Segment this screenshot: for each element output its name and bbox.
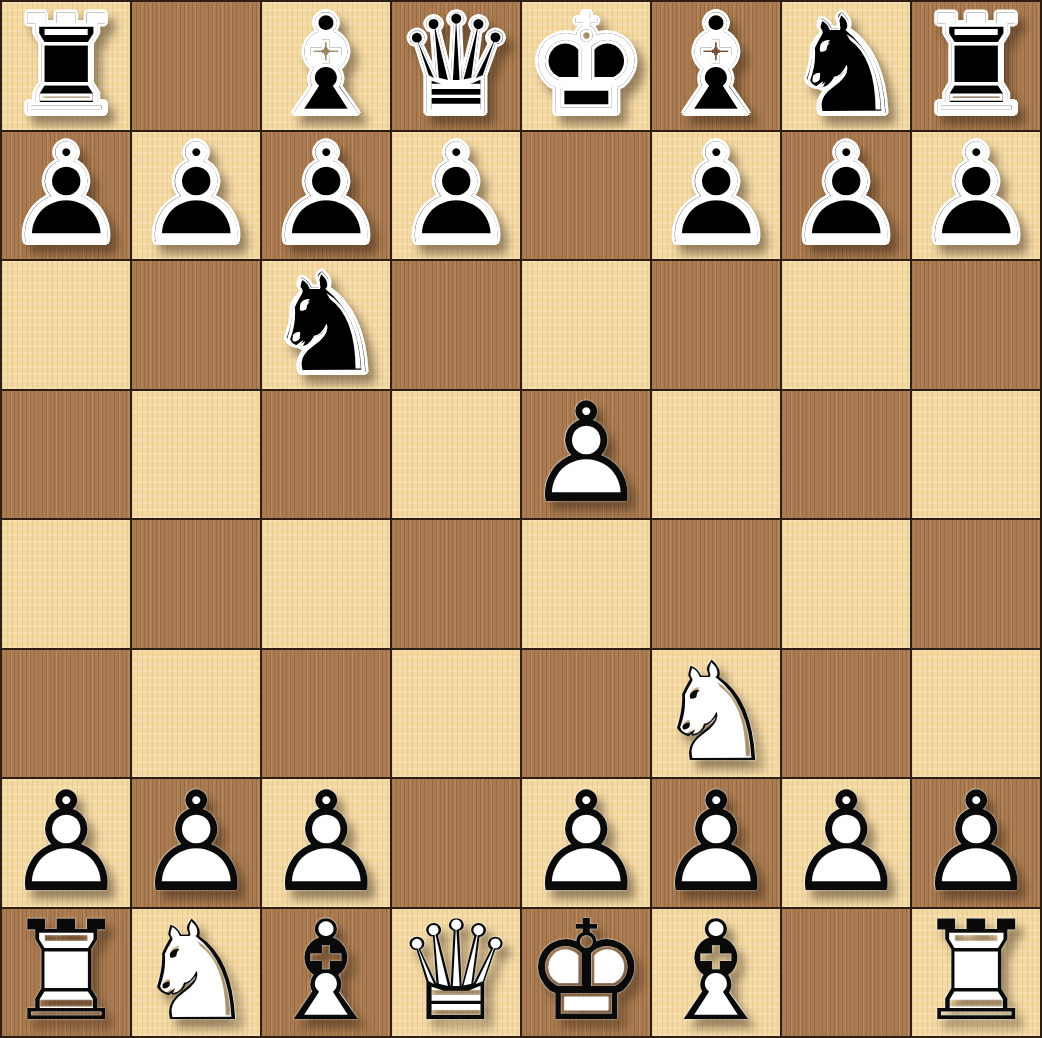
piece-fill-layer: ♞ xyxy=(652,650,780,778)
piece-outline-layer: ♙ xyxy=(782,132,910,260)
square-e4[interactable] xyxy=(522,520,650,648)
square-a3[interactable] xyxy=(2,650,130,778)
black-pawn-icon: ♟♙ xyxy=(132,132,260,260)
piece-fill-layer: ♟ xyxy=(132,779,260,907)
square-f7[interactable]: ♟♙ xyxy=(652,132,780,260)
square-b5[interactable] xyxy=(132,391,260,519)
piece-fill-layer: ♞ xyxy=(782,2,910,130)
white-king-icon: ♚♔ xyxy=(522,909,650,1037)
square-e7[interactable] xyxy=(522,132,650,260)
piece-outline-layer: ♗ xyxy=(262,2,390,130)
square-e8[interactable]: ♚♔ xyxy=(522,2,650,130)
square-h8[interactable]: ♜♖ xyxy=(912,2,1040,130)
square-c1[interactable]: ♝♗ xyxy=(262,909,390,1037)
square-e3[interactable] xyxy=(522,650,650,778)
piece-fill-layer: ♟ xyxy=(2,779,130,907)
white-pawn-icon: ♟♙ xyxy=(912,779,1040,907)
white-rook-icon: ♜♖ xyxy=(912,909,1040,1037)
square-d1[interactable]: ♛♕ xyxy=(392,909,520,1037)
white-knight-icon: ♞♘ xyxy=(652,650,780,778)
square-a2[interactable]: ♟♙ xyxy=(2,779,130,907)
piece-fill-layer: ♟ xyxy=(652,779,780,907)
piece-outline-layer: ♔ xyxy=(522,909,650,1037)
piece-outline-layer: ♙ xyxy=(522,779,650,907)
black-pawn-icon: ♟♙ xyxy=(392,132,520,260)
piece-fill-layer: ♜ xyxy=(912,2,1040,130)
piece-fill-layer: ♞ xyxy=(262,261,390,389)
square-b3[interactable] xyxy=(132,650,260,778)
square-a4[interactable] xyxy=(2,520,130,648)
piece-fill-layer: ♟ xyxy=(132,132,260,260)
piece-outline-layer: ♙ xyxy=(652,132,780,260)
white-pawn-icon: ♟♙ xyxy=(522,391,650,519)
piece-fill-layer: ♟ xyxy=(782,779,910,907)
black-king-icon: ♚♔ xyxy=(522,2,650,130)
black-pawn-icon: ♟♙ xyxy=(912,132,1040,260)
white-bishop-icon: ♝♗ xyxy=(652,909,780,1037)
piece-fill-layer: ♜ xyxy=(2,909,130,1037)
square-a6[interactable] xyxy=(2,261,130,389)
piece-fill-layer: ♟ xyxy=(912,132,1040,260)
square-c5[interactable] xyxy=(262,391,390,519)
piece-outline-layer: ♖ xyxy=(2,909,130,1037)
piece-fill-layer: ♝ xyxy=(652,909,780,1037)
square-a5[interactable] xyxy=(2,391,130,519)
square-d3[interactable] xyxy=(392,650,520,778)
square-e2[interactable]: ♟♙ xyxy=(522,779,650,907)
square-c3[interactable] xyxy=(262,650,390,778)
square-b7[interactable]: ♟♙ xyxy=(132,132,260,260)
square-d4[interactable] xyxy=(392,520,520,648)
black-rook-icon: ♜♖ xyxy=(2,2,130,130)
square-f6[interactable] xyxy=(652,261,780,389)
piece-fill-layer: ♟ xyxy=(522,391,650,519)
square-g3[interactable] xyxy=(782,650,910,778)
piece-fill-layer: ♟ xyxy=(262,132,390,260)
piece-outline-layer: ♙ xyxy=(2,132,130,260)
piece-outline-layer: ♙ xyxy=(522,391,650,519)
piece-fill-layer: ♟ xyxy=(652,132,780,260)
square-d8[interactable]: ♛♕ xyxy=(392,2,520,130)
square-h6[interactable] xyxy=(912,261,1040,389)
square-c2[interactable]: ♟♙ xyxy=(262,779,390,907)
piece-outline-layer: ♗ xyxy=(262,909,390,1037)
square-e1[interactable]: ♚♔ xyxy=(522,909,650,1037)
piece-fill-layer: ♝ xyxy=(262,2,390,130)
square-h5[interactable] xyxy=(912,391,1040,519)
square-f3[interactable]: ♞♘ xyxy=(652,650,780,778)
piece-fill-layer: ♟ xyxy=(782,132,910,260)
piece-outline-layer: ♗ xyxy=(652,2,780,130)
black-knight-icon: ♞♘ xyxy=(782,2,910,130)
square-f2[interactable]: ♟♙ xyxy=(652,779,780,907)
square-g8[interactable]: ♞♘ xyxy=(782,2,910,130)
white-bishop-icon: ♝♗ xyxy=(262,909,390,1037)
piece-fill-layer: ♟ xyxy=(262,779,390,907)
piece-outline-layer: ♙ xyxy=(2,779,130,907)
square-b1[interactable]: ♞♘ xyxy=(132,909,260,1037)
square-h7[interactable]: ♟♙ xyxy=(912,132,1040,260)
square-g6[interactable] xyxy=(782,261,910,389)
piece-fill-layer: ♚ xyxy=(522,2,650,130)
white-queen-icon: ♛♕ xyxy=(392,909,520,1037)
piece-fill-layer: ♟ xyxy=(522,779,650,907)
piece-outline-layer: ♕ xyxy=(392,909,520,1037)
piece-outline-layer: ♙ xyxy=(392,132,520,260)
piece-fill-layer: ♞ xyxy=(132,909,260,1037)
chess-board: ♜♖♝♗♛♕♚♔♝♗♞♘♜♖♟♙♟♙♟♙♟♙♟♙♟♙♟♙♞♘♟♙♞♘♟♙♟♙♟♙… xyxy=(0,0,1042,1038)
square-b6[interactable] xyxy=(132,261,260,389)
square-c6[interactable]: ♞♘ xyxy=(262,261,390,389)
piece-fill-layer: ♛ xyxy=(392,2,520,130)
piece-fill-layer: ♟ xyxy=(392,132,520,260)
square-a7[interactable]: ♟♙ xyxy=(2,132,130,260)
piece-outline-layer: ♙ xyxy=(262,132,390,260)
piece-outline-layer: ♙ xyxy=(782,779,910,907)
black-pawn-icon: ♟♙ xyxy=(262,132,390,260)
black-bishop-icon: ♝♗ xyxy=(262,2,390,130)
square-e5[interactable]: ♟♙ xyxy=(522,391,650,519)
piece-outline-layer: ♖ xyxy=(2,2,130,130)
square-b4[interactable] xyxy=(132,520,260,648)
square-f1[interactable]: ♝♗ xyxy=(652,909,780,1037)
piece-outline-layer: ♘ xyxy=(782,2,910,130)
square-d7[interactable]: ♟♙ xyxy=(392,132,520,260)
white-pawn-icon: ♟♙ xyxy=(652,779,780,907)
piece-outline-layer: ♔ xyxy=(522,2,650,130)
square-a1[interactable]: ♜♖ xyxy=(2,909,130,1037)
square-g4[interactable] xyxy=(782,520,910,648)
square-h2[interactable]: ♟♙ xyxy=(912,779,1040,907)
piece-outline-layer: ♖ xyxy=(912,2,1040,130)
piece-outline-layer: ♙ xyxy=(912,132,1040,260)
square-b8[interactable] xyxy=(132,2,260,130)
white-pawn-icon: ♟♙ xyxy=(2,779,130,907)
piece-outline-layer: ♙ xyxy=(132,132,260,260)
piece-outline-layer: ♙ xyxy=(652,779,780,907)
piece-outline-layer: ♙ xyxy=(912,779,1040,907)
square-c8[interactable]: ♝♗ xyxy=(262,2,390,130)
white-pawn-icon: ♟♙ xyxy=(782,779,910,907)
square-f5[interactable] xyxy=(652,391,780,519)
square-d2[interactable] xyxy=(392,779,520,907)
black-pawn-icon: ♟♙ xyxy=(652,132,780,260)
piece-fill-layer: ♝ xyxy=(652,2,780,130)
square-g1[interactable] xyxy=(782,909,910,1037)
square-g5[interactable] xyxy=(782,391,910,519)
piece-fill-layer: ♜ xyxy=(912,909,1040,1037)
square-h4[interactable] xyxy=(912,520,1040,648)
white-pawn-icon: ♟♙ xyxy=(132,779,260,907)
square-c7[interactable]: ♟♙ xyxy=(262,132,390,260)
black-pawn-icon: ♟♙ xyxy=(2,132,130,260)
square-h1[interactable]: ♜♖ xyxy=(912,909,1040,1037)
white-rook-icon: ♜♖ xyxy=(2,909,130,1037)
piece-fill-layer: ♚ xyxy=(522,909,650,1037)
piece-fill-layer: ♟ xyxy=(2,132,130,260)
square-b2[interactable]: ♟♙ xyxy=(132,779,260,907)
piece-outline-layer: ♙ xyxy=(262,779,390,907)
piece-fill-layer: ♝ xyxy=(262,909,390,1037)
square-f4[interactable] xyxy=(652,520,780,648)
piece-fill-layer: ♜ xyxy=(2,2,130,130)
square-c4[interactable] xyxy=(262,520,390,648)
piece-outline-layer: ♗ xyxy=(652,909,780,1037)
black-pawn-icon: ♟♙ xyxy=(782,132,910,260)
piece-fill-layer: ♟ xyxy=(912,779,1040,907)
white-pawn-icon: ♟♙ xyxy=(522,779,650,907)
piece-outline-layer: ♙ xyxy=(132,779,260,907)
black-knight-icon: ♞♘ xyxy=(262,261,390,389)
square-d6[interactable] xyxy=(392,261,520,389)
square-e6[interactable] xyxy=(522,261,650,389)
piece-outline-layer: ♘ xyxy=(262,261,390,389)
black-rook-icon: ♜♖ xyxy=(912,2,1040,130)
square-d5[interactable] xyxy=(392,391,520,519)
white-knight-icon: ♞♘ xyxy=(132,909,260,1037)
piece-outline-layer: ♘ xyxy=(132,909,260,1037)
piece-outline-layer: ♖ xyxy=(912,909,1040,1037)
black-bishop-icon: ♝♗ xyxy=(652,2,780,130)
square-a8[interactable]: ♜♖ xyxy=(2,2,130,130)
piece-outline-layer: ♕ xyxy=(392,2,520,130)
square-g7[interactable]: ♟♙ xyxy=(782,132,910,260)
black-queen-icon: ♛♕ xyxy=(392,2,520,130)
piece-outline-layer: ♘ xyxy=(652,650,780,778)
square-f8[interactable]: ♝♗ xyxy=(652,2,780,130)
piece-fill-layer: ♛ xyxy=(392,909,520,1037)
square-g2[interactable]: ♟♙ xyxy=(782,779,910,907)
white-pawn-icon: ♟♙ xyxy=(262,779,390,907)
square-h3[interactable] xyxy=(912,650,1040,778)
